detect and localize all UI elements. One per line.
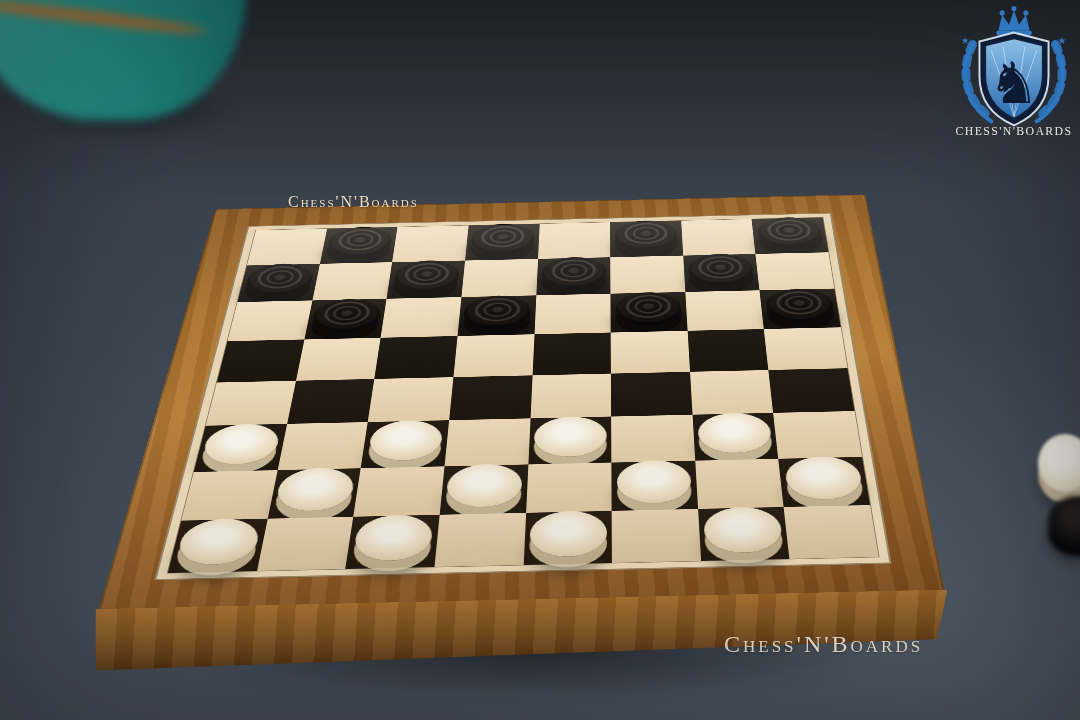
square-r5c2[interactable] [287, 379, 375, 424]
square-r6c8 [773, 411, 862, 459]
square-r8c8 [784, 505, 879, 559]
photo-scene: Chess'N'Boards Chess'N'Boards ★★ [0, 0, 1080, 720]
white-checker[interactable] [201, 423, 283, 465]
black-checker[interactable] [687, 253, 754, 287]
black-checker[interactable] [614, 220, 678, 252]
black-checker[interactable] [310, 298, 382, 334]
square-r1c5 [538, 222, 611, 258]
checkers-board-scene [98, 0, 984, 611]
black-checker[interactable] [325, 227, 393, 259]
black-checker[interactable] [243, 263, 315, 297]
square-r5c6[interactable] [611, 372, 692, 417]
square-r2c2 [312, 262, 392, 301]
square-r6c5[interactable] [528, 417, 612, 465]
white-checker[interactable] [367, 420, 444, 462]
loose-black-piece[interactable] [1048, 496, 1080, 546]
square-r3c7 [685, 290, 764, 330]
square-r3c4[interactable] [457, 295, 535, 335]
black-checker[interactable] [541, 257, 606, 291]
board-inner-margin [154, 213, 891, 581]
square-r7c2[interactable] [267, 468, 361, 519]
square-r1c4[interactable] [465, 224, 539, 261]
square-r2c1[interactable] [237, 264, 319, 303]
black-checker[interactable] [756, 217, 823, 249]
black-checker[interactable] [764, 288, 835, 323]
board-watermark: Chess'N'Boards [288, 193, 419, 211]
square-r8c4 [434, 513, 525, 567]
square-r2c4 [461, 259, 537, 297]
white-checker[interactable] [274, 467, 356, 511]
white-checker[interactable] [445, 464, 523, 508]
square-r3c2[interactable] [304, 299, 387, 340]
square-r8c5[interactable] [523, 511, 612, 565]
square-r5c8[interactable] [769, 368, 855, 413]
square-r7c5 [526, 462, 612, 513]
square-r8c3[interactable] [346, 515, 440, 569]
square-r4c7[interactable] [687, 329, 768, 372]
square-r1c7 [681, 219, 756, 255]
white-checker[interactable] [175, 518, 262, 565]
square-r4c3[interactable] [375, 336, 458, 379]
square-r5c5 [530, 373, 611, 418]
square-r6c4 [444, 418, 530, 466]
square-r7c6[interactable] [611, 461, 697, 512]
square-r2c5[interactable] [536, 257, 611, 295]
square-r7c4[interactable] [440, 464, 528, 515]
square-r4c6 [611, 331, 690, 374]
square-r3c1 [227, 301, 312, 342]
square-r2c6 [610, 255, 685, 293]
logo-graphic: ★★ ♞ CHESS'N'BOARDS [940, 5, 1080, 139]
square-r4c4 [453, 334, 534, 377]
white-checker[interactable] [703, 506, 784, 553]
square-r1c2[interactable] [320, 227, 398, 264]
white-checker[interactable] [533, 416, 606, 458]
square-r4c8 [764, 327, 847, 370]
square-r1c8[interactable] [752, 217, 829, 253]
square-r8c7[interactable] [698, 507, 790, 561]
white-checker[interactable] [352, 514, 435, 561]
white-checker[interactable] [783, 456, 863, 500]
logo-text: CHESS'N'BOARDS [956, 124, 1073, 138]
bottom-watermark: Chess'N'Boards [724, 631, 923, 658]
square-r8c2 [257, 517, 354, 571]
square-r3c5 [534, 294, 611, 334]
square-r5c7 [690, 370, 774, 415]
loose-white-piece[interactable] [1038, 434, 1080, 492]
square-r6c2 [277, 422, 368, 470]
white-checker[interactable] [529, 510, 607, 557]
square-r6c1[interactable] [194, 424, 287, 472]
logo-knight-icon: ♞ [988, 50, 1039, 116]
square-r4c5[interactable] [532, 332, 611, 375]
square-r4c2 [296, 338, 381, 381]
square-r3c6[interactable] [611, 292, 688, 332]
black-checker[interactable] [470, 223, 535, 255]
square-r6c6 [611, 415, 695, 463]
black-checker[interactable] [615, 291, 682, 326]
square-r6c7[interactable] [692, 413, 778, 461]
brand-logo: ★★ ♞ CHESS'N'BOARDS [940, 5, 1080, 143]
square-r7c8[interactable] [779, 457, 871, 507]
svg-text:★: ★ [961, 35, 970, 46]
black-checker[interactable] [463, 295, 532, 330]
square-r6c3[interactable] [361, 420, 449, 468]
square-r1c1 [247, 229, 327, 266]
square-r8c6 [612, 509, 701, 563]
square-r1c6[interactable] [610, 221, 683, 257]
square-r5c3 [368, 377, 453, 422]
checkers-board [98, 194, 944, 610]
black-checker[interactable] [392, 260, 461, 294]
white-checker[interactable] [697, 412, 773, 454]
square-r5c1 [206, 380, 296, 425]
square-r8c1[interactable] [168, 519, 267, 573]
square-r7c1 [181, 470, 277, 521]
square-r1c3 [392, 225, 468, 262]
square-r2c8 [756, 252, 835, 290]
board-grid [168, 217, 879, 572]
white-checker[interactable] [616, 460, 692, 504]
svg-text:★: ★ [1057, 35, 1066, 46]
square-r7c3 [353, 466, 444, 517]
logo-crown-icon [996, 6, 1032, 36]
square-r3c8[interactable] [760, 289, 841, 329]
square-r4c1[interactable] [217, 339, 304, 382]
square-r3c3 [381, 297, 462, 338]
square-r7c7 [695, 459, 784, 509]
square-r5c4[interactable] [449, 375, 532, 420]
square-r2c7[interactable] [683, 254, 760, 292]
square-r2c3[interactable] [387, 260, 465, 298]
